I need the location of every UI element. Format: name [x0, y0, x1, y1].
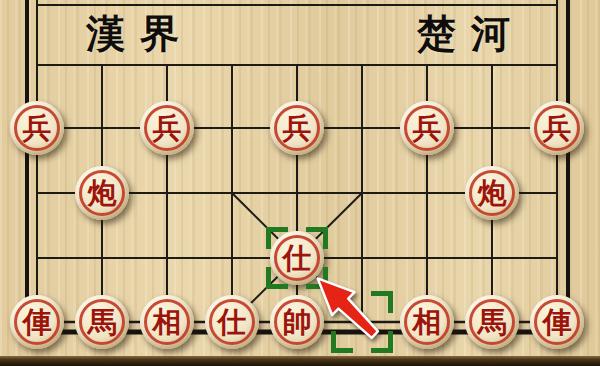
piece-horse-f2r10[interactable]: 馬 — [75, 295, 129, 349]
selection-bracket-destination — [266, 227, 328, 289]
board-bottom-edge — [0, 356, 600, 366]
piece-glyph: 兵 — [543, 114, 572, 143]
piece-glyph: 兵 — [23, 114, 52, 143]
piece-glyph: 相 — [413, 308, 442, 337]
piece-soldier-f5r7[interactable]: 兵 — [270, 101, 324, 155]
piece-chariot-f1r10[interactable]: 俥 — [10, 295, 64, 349]
piece-glyph: 炮 — [478, 179, 507, 208]
selection-bracket-source — [331, 291, 393, 353]
piece-chariot-f9r10[interactable]: 俥 — [530, 295, 584, 349]
piece-glyph: 兵 — [153, 114, 182, 143]
piece-glyph: 仕 — [218, 308, 247, 337]
piece-glyph: 俥 — [23, 308, 52, 337]
piece-glyph: 馬 — [478, 308, 507, 337]
piece-glyph: 兵 — [413, 114, 442, 143]
piece-cannon-f2r8[interactable]: 炮 — [75, 166, 129, 220]
river-label-han-jie: 漢界 — [86, 8, 194, 60]
piece-soldier-f7r7[interactable]: 兵 — [400, 101, 454, 155]
piece-soldier-f3r7[interactable]: 兵 — [140, 101, 194, 155]
piece-glyph: 炮 — [88, 179, 117, 208]
piece-glyph: 兵 — [283, 114, 312, 143]
piece-glyph: 俥 — [543, 308, 572, 337]
piece-elephant-f7r10[interactable]: 相 — [400, 295, 454, 349]
piece-horse-f8r10[interactable]: 馬 — [465, 295, 519, 349]
piece-glyph: 相 — [153, 308, 182, 337]
piece-soldier-f1r7[interactable]: 兵 — [10, 101, 64, 155]
piece-glyph: 帥 — [283, 308, 312, 337]
xiangqi-half-board[interactable]: 漢界 楚河 兵兵兵兵兵炮炮仕俥馬相仕帥相馬俥 — [0, 0, 600, 366]
piece-advisor-f4r10[interactable]: 仕 — [205, 295, 259, 349]
river-label-chu-he: 楚河 — [417, 8, 525, 60]
piece-elephant-f3r10[interactable]: 相 — [140, 295, 194, 349]
piece-soldier-f9r7[interactable]: 兵 — [530, 101, 584, 155]
piece-general-f5r10[interactable]: 帥 — [270, 295, 324, 349]
piece-cannon-f8r8[interactable]: 炮 — [465, 166, 519, 220]
piece-glyph: 馬 — [88, 308, 117, 337]
